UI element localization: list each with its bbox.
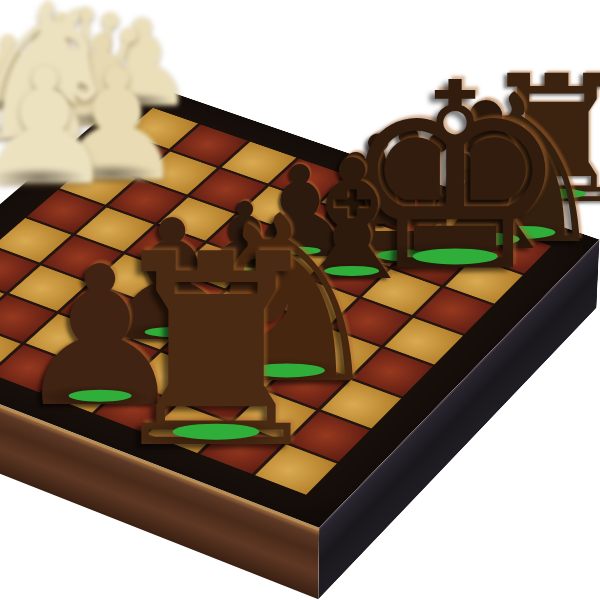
felt-base: [528, 188, 586, 199]
piece-shadow: [296, 262, 396, 284]
white-pawn-e2: ♟: [88, 4, 196, 102]
piece-shadow: [102, 93, 174, 109]
knight-glyph: ♞: [0, 0, 127, 168]
felt-base: [279, 247, 321, 255]
felt-base: [228, 268, 262, 274]
black-queen-d8: ♛: [325, 106, 492, 259]
felt-base: [340, 219, 373, 225]
piece-shadow: [418, 228, 540, 254]
white-pawn-d2: ♟: [45, 19, 157, 122]
pawn-glyph: ♟: [45, 19, 157, 144]
piece-shadow: [210, 358, 348, 388]
black-rook-h8: ♜: [478, 53, 600, 197]
felt-base: [453, 233, 520, 246]
white-queen-d1: ♛: [16, 0, 155, 116]
piece-shadow: [59, 112, 134, 128]
bishop-glyph: ♝: [395, 77, 577, 280]
pawn-glyph: ♟: [0, 48, 117, 208]
black-pawn-a7: ♟: [13, 241, 186, 399]
felt-base: [412, 248, 497, 264]
piece-shadow: [210, 265, 272, 278]
black-rook-a8: ♜: [97, 220, 335, 437]
felt-base: [249, 364, 325, 378]
black-king-e8: ♚: [339, 49, 570, 261]
piece-shadow: [452, 221, 575, 248]
black-bishop-f8: ♝: [395, 77, 577, 243]
piece-shadow: [0, 98, 34, 111]
pawn-glyph: ♟: [199, 189, 291, 292]
knight-glyph: ♞: [429, 68, 600, 273]
black-knight-b8: ♞: [184, 186, 390, 375]
pawn-glyph: ♟: [13, 241, 186, 434]
piece-shadow: [322, 217, 382, 230]
piece-shadow: [127, 417, 286, 451]
piece-shadow: [498, 184, 600, 207]
piece-shadow: [346, 245, 458, 269]
piece-shadow: [0, 167, 87, 188]
white-pawn-b2: ♟: [0, 48, 117, 179]
pawn-glyph: ♟: [244, 150, 357, 276]
bishop-glyph: ♝: [278, 138, 427, 304]
piece-shadow: [258, 244, 334, 260]
piece-shadow: [65, 163, 158, 183]
felt-base: [377, 250, 438, 262]
queen-glyph: ♛: [16, 0, 155, 144]
black-pawn-b7: ♟: [97, 198, 247, 335]
felt-base: [144, 327, 199, 337]
white-knight-b1: ♞: [0, 0, 127, 134]
rook-glyph: ♜: [478, 53, 600, 229]
felt-base: [325, 266, 380, 276]
pawn-glyph: ♟: [97, 198, 247, 365]
piece-shadow: [33, 104, 126, 124]
rook-glyph: ♜: [97, 220, 335, 485]
pieces-layer: ♟♟♛♟♞♟♟♜♟♞♝♟♛♚♟♝♟♞♟♜: [0, 0, 600, 600]
black-bishop-c8: ♝: [278, 138, 427, 274]
felt-base: [487, 226, 555, 239]
king-glyph: ♚: [339, 49, 570, 307]
piece-shadow: [368, 242, 523, 276]
black-pawn-c7: ♟: [199, 189, 291, 273]
black-pawn-e7: ♟: [311, 142, 401, 224]
chess-set-photo: ♟♟♛♟♞♟♟♜♟♞♝♟♛♚♟♝♟♞♟♜: [0, 0, 600, 600]
felt-base: [172, 424, 259, 440]
pawn-glyph: ♟: [48, 48, 187, 203]
piece-shadow: [116, 322, 216, 344]
white-pawn-a2: ♟: [0, 23, 53, 105]
pawn-glyph: ♟: [88, 4, 196, 124]
piece-shadow: [0, 120, 92, 145]
knight-glyph: ♞: [184, 186, 390, 416]
piece-shadow: [35, 385, 151, 410]
black-pawn-d7: ♟: [244, 150, 357, 253]
pawn-glyph: ♟: [311, 142, 401, 242]
queen-glyph: ♛: [325, 106, 492, 292]
white-pawn-c2: ♟: [48, 48, 187, 175]
pawn-glyph: ♟: [0, 23, 53, 123]
black-knight-g8: ♞: [429, 68, 600, 236]
felt-base: [68, 389, 132, 401]
